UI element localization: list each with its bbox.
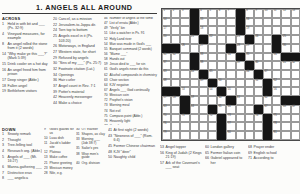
black-cell xyxy=(281,53,290,62)
grid-cell[interactable]: 29 xyxy=(245,44,254,53)
grid-cell[interactable] xyxy=(190,44,199,53)
clue-item: 41At first sight (2 words) xyxy=(108,128,158,132)
grid-cell[interactable]: 24 xyxy=(254,35,263,44)
grid-cell[interactable]: 74 xyxy=(254,114,263,123)
clue-item: 60London gallery xyxy=(205,145,246,149)
grid-cell[interactable]: 32 xyxy=(171,53,180,62)
clue-text: God's guards for us xyxy=(50,128,75,136)
grid-cell[interactable]: 63 xyxy=(162,105,171,114)
clue-item: 4Vineyard measures, for example xyxy=(2,32,51,41)
grid-cell[interactable] xyxy=(263,26,272,35)
down-header: DOWN xyxy=(2,127,15,132)
grid-cell[interactable] xyxy=(254,26,263,35)
grid-cell[interactable] xyxy=(171,131,180,140)
grid-cell[interactable]: 41 xyxy=(281,61,290,70)
grid-cell[interactable] xyxy=(180,70,189,79)
grid-cell[interactable] xyxy=(281,131,290,140)
grid-cell[interactable] xyxy=(272,26,281,35)
grid-cell[interactable] xyxy=(245,105,254,114)
grid-cell[interactable]: 54 xyxy=(208,87,217,96)
grid-cell[interactable]: 21 xyxy=(190,35,199,44)
grid-cell[interactable]: 38 xyxy=(199,61,208,70)
grid-cell[interactable] xyxy=(217,61,226,70)
cell-number: 79 xyxy=(164,132,167,135)
grid-cell[interactable] xyxy=(291,122,300,131)
grid-cell[interactable]: 45 xyxy=(208,70,217,79)
grid-cell[interactable]: 33 xyxy=(199,53,208,62)
grid-cell[interactable] xyxy=(245,87,254,96)
grid-cell[interactable]: 65 xyxy=(217,105,226,114)
clue-item: 6Manna-gathering ___ xyxy=(2,165,42,169)
grid-cell[interactable]: 71 xyxy=(180,114,189,123)
down-clues-bottom-column-2: 60London gallery65Former Italian coin66G… xyxy=(205,145,246,193)
clue-text: Former Italian coin xyxy=(211,151,247,155)
clue-item: 52Holy Land river xyxy=(104,38,158,42)
clue-item: 44Make a choice xyxy=(53,101,102,105)
clue-text: Not evil xyxy=(110,110,159,114)
grid-cell[interactable]: 72 xyxy=(208,114,217,123)
grid-cell[interactable] xyxy=(236,70,245,79)
clue-text: According to xyxy=(254,156,299,160)
clue-text: Openings xyxy=(59,73,103,77)
clue-text: Angels of ___ (Mt. 16:27) xyxy=(8,155,43,164)
grid-cell[interactable]: 47 xyxy=(263,70,272,79)
clue-text: Former Chinese chairman xyxy=(114,144,159,148)
grid-cell[interactable] xyxy=(199,87,208,96)
grid-cell[interactable] xyxy=(180,61,189,70)
cell-number: 80 xyxy=(228,132,231,135)
grid-cell[interactable] xyxy=(236,87,245,96)
cell-number: 21 xyxy=(191,36,194,39)
clue-item: 62Alcohol compounds in chemistry xyxy=(104,74,158,78)
grid-cell[interactable]: 25 xyxy=(281,35,290,44)
grid-cell[interactable] xyxy=(236,131,245,140)
grid-cell[interactable] xyxy=(263,18,272,27)
grid-cell[interactable] xyxy=(281,114,290,123)
cell-number: 34 xyxy=(228,54,231,57)
black-cell xyxy=(254,70,263,79)
grid-cell[interactable]: 9 xyxy=(254,9,263,18)
grid-cell[interactable] xyxy=(291,70,300,79)
black-cell xyxy=(263,122,272,131)
grid-cell[interactable]: 27 xyxy=(199,44,208,53)
clue-item: 38Wise men's guide xyxy=(76,153,106,161)
grid-cell[interactable] xyxy=(281,79,290,88)
grid-cell[interactable]: 10 xyxy=(263,9,272,18)
grid-cell[interactable]: 23 xyxy=(236,35,245,44)
cell-number: 50 xyxy=(219,80,222,83)
clue-text: Prayer ender xyxy=(254,145,299,149)
grid-cell[interactable] xyxy=(171,70,180,79)
clue-item: 29Refused by angels xyxy=(53,56,102,60)
grid-cell[interactable]: 81 xyxy=(272,131,281,140)
clue-item: 66Gabriel appeared to her xyxy=(205,156,246,165)
cell-number: 1 xyxy=(164,10,166,13)
grid-cell[interactable]: 15 xyxy=(199,18,208,27)
cell-number: 72 xyxy=(209,115,212,118)
grid-cell[interactable] xyxy=(226,79,235,88)
grid-cell[interactable]: 35 xyxy=(245,53,254,62)
grid-cell[interactable]: 44 xyxy=(190,70,199,79)
clue-text: Wise men's guide xyxy=(82,153,107,161)
grid-cell[interactable] xyxy=(236,105,245,114)
grid-cell[interactable] xyxy=(291,131,300,140)
cell-number: 14 xyxy=(164,19,167,22)
title-rule xyxy=(2,13,157,14)
black-cell xyxy=(236,18,245,27)
grid-cell[interactable]: 62 xyxy=(263,96,272,105)
clue-text: Angels excel in it (Ps. 103:20) xyxy=(59,34,103,43)
grid-cell[interactable]: 58 xyxy=(171,96,180,105)
black-cell xyxy=(291,96,300,105)
cell-number: 13 xyxy=(292,10,295,13)
clue-text: God's angels never do this xyxy=(110,68,159,72)
cell-number: 61 xyxy=(237,97,240,100)
black-cell xyxy=(226,44,235,53)
clue-text: Potter's material xyxy=(59,90,103,94)
cell-number: 4 xyxy=(200,10,202,13)
grid-cell[interactable]: 1 xyxy=(162,9,171,18)
grid-cell[interactable] xyxy=(263,53,272,62)
down-clues-column-3: 30OT traveler31Shapes, as clay33Morning … xyxy=(76,128,106,193)
grid-cell[interactable]: 5 xyxy=(208,9,217,18)
cell-number: 54 xyxy=(209,89,212,92)
grid-cell[interactable] xyxy=(254,122,263,131)
grid-cell[interactable] xyxy=(171,35,180,44)
grid-cell[interactable] xyxy=(171,18,180,27)
grid-cell[interactable] xyxy=(281,122,290,131)
grid-cell[interactable] xyxy=(199,114,208,123)
black-cell xyxy=(236,9,245,18)
black-cell xyxy=(208,79,217,88)
grid-cell[interactable] xyxy=(236,79,245,88)
grid-cell[interactable] xyxy=(217,70,226,79)
grid-cell[interactable] xyxy=(245,79,254,88)
grid-cell[interactable] xyxy=(180,35,189,44)
grid-cell[interactable] xyxy=(291,87,300,96)
clue-text: Angel count in Rev. 7:1 xyxy=(59,84,103,88)
clue-item: 51Like a watcher in Ps. 91 xyxy=(104,32,158,36)
grid-cell[interactable] xyxy=(199,96,208,105)
grid-cell[interactable]: 7 xyxy=(226,9,235,18)
grid-cell[interactable] xyxy=(272,70,281,79)
cell-number: 62 xyxy=(265,97,268,100)
grid-cell[interactable]: 78 xyxy=(272,122,281,131)
grid-cell[interactable] xyxy=(171,105,180,114)
grid-cell[interactable] xyxy=(236,114,245,123)
black-cell xyxy=(190,9,199,18)
cell-number: 56 xyxy=(274,89,277,92)
black-cell xyxy=(217,114,226,123)
grid-cell[interactable]: 31 xyxy=(162,53,171,62)
grid-cell[interactable] xyxy=(281,87,290,96)
grid-cell[interactable]: 69 xyxy=(291,105,300,114)
grid-cell[interactable] xyxy=(208,96,217,105)
clue-item: 2Thought xyxy=(2,138,42,142)
grid-cell[interactable]: 17 xyxy=(162,26,171,35)
grid-cell[interactable]: 30 xyxy=(281,44,290,53)
grid-cell[interactable] xyxy=(236,122,245,131)
page-title: 1. ANGELS ALL AROUND xyxy=(36,3,133,12)
grid-cell[interactable] xyxy=(199,131,208,140)
cell-number: 60 xyxy=(219,97,222,100)
grid-cell[interactable] xyxy=(254,96,263,105)
clue-text: Refused by angels xyxy=(59,56,103,60)
grid-cell[interactable]: 60 xyxy=(217,96,226,105)
grid-cell[interactable]: 43 xyxy=(162,70,171,79)
grid-cell[interactable] xyxy=(217,18,226,27)
clue-item: 16An angel freed him from prison xyxy=(2,68,51,77)
grid-cell[interactable]: 52 xyxy=(272,79,281,88)
grid-cell[interactable]: 67 xyxy=(263,105,272,114)
grid-cell[interactable]: 56 xyxy=(272,87,281,96)
grid-cell[interactable] xyxy=(263,61,272,70)
grid-cell[interactable] xyxy=(199,122,208,131)
black-cell xyxy=(263,114,272,123)
grid-cell[interactable] xyxy=(291,44,300,53)
grid-cell[interactable] xyxy=(272,61,281,70)
grid-cell[interactable] xyxy=(180,18,189,27)
grid-cell[interactable] xyxy=(180,26,189,35)
grid-cell[interactable]: 37 xyxy=(162,61,171,70)
grid-cell[interactable] xyxy=(291,35,300,44)
grid-cell[interactable] xyxy=(226,61,235,70)
grid-cell[interactable] xyxy=(171,79,180,88)
crossword-book-page: { "page": { "title": "1. ANGELS ALL AROU… xyxy=(0,0,300,194)
grid-cell[interactable] xyxy=(245,114,254,123)
grid-cell[interactable] xyxy=(291,79,300,88)
clue-text: KJV “deer” xyxy=(114,150,159,154)
cell-number: 40 xyxy=(255,62,258,65)
grid-cell[interactable]: 22 xyxy=(208,35,217,44)
grid-cell[interactable] xyxy=(281,18,290,27)
black-cell xyxy=(190,61,199,70)
cell-number: 36 xyxy=(274,54,277,57)
grid-cell[interactable] xyxy=(263,44,272,53)
grid-cell[interactable] xyxy=(208,131,217,140)
clue-item: 61God's angels never do this xyxy=(104,68,158,72)
grid-cell[interactable] xyxy=(254,53,263,62)
grid-cell[interactable] xyxy=(190,122,199,131)
grid-cell[interactable]: 39 xyxy=(236,61,245,70)
clue-item: 50Naughty child xyxy=(108,155,158,159)
grid-cell[interactable]: 64 xyxy=(190,105,199,114)
clue-item: 32Footnote citation (Lat.) xyxy=(53,67,102,71)
grid-cell[interactable] xyxy=(208,18,217,27)
cell-number: 69 xyxy=(292,106,295,109)
cell-number: 52 xyxy=(274,80,277,83)
across-clues-column-2: 20Cancel, as a mission22Jerusalem-to-Jop… xyxy=(53,17,102,125)
cell-number: 66 xyxy=(228,106,231,109)
black-cell xyxy=(190,18,199,27)
grid-cell[interactable]: 80 xyxy=(226,131,235,140)
grid-cell[interactable] xyxy=(171,122,180,131)
grid-cell[interactable] xyxy=(217,53,226,62)
grid-cell[interactable]: 34 xyxy=(226,53,235,62)
down-clues-bottom-column-1: 53Angel topper56King of Judah (2 Kings 2… xyxy=(160,145,202,193)
grid-cell[interactable] xyxy=(217,26,226,35)
clue-text: Sailor's yes xyxy=(82,147,107,151)
grid-cell[interactable] xyxy=(291,26,300,35)
grid-cell[interactable]: 8 xyxy=(245,9,254,18)
grid-cell[interactable] xyxy=(208,44,217,53)
clue-text: Ark of the Covenant's ___ seat xyxy=(166,161,203,170)
grid-cell[interactable] xyxy=(291,114,300,123)
grid-cell[interactable] xyxy=(263,35,272,44)
grid-cell[interactable] xyxy=(254,44,263,53)
grid-cell[interactable] xyxy=(226,26,235,35)
black-cell xyxy=(217,131,226,140)
grid-cell[interactable]: 57 xyxy=(162,96,171,105)
cell-number: 29 xyxy=(246,45,249,48)
grid-cell[interactable] xyxy=(190,79,199,88)
cell-number: 12 xyxy=(283,10,286,13)
down-clues-column-4: 41At first sight (2 words)43“Newness of … xyxy=(108,128,158,193)
grid-cell[interactable]: 14 xyxy=(162,18,171,27)
grid-cell[interactable] xyxy=(272,96,281,105)
grid-cell[interactable]: 55 xyxy=(226,87,235,96)
grid-cell[interactable] xyxy=(245,131,254,140)
grid-cell[interactable] xyxy=(208,61,217,70)
grid-cell[interactable] xyxy=(171,114,180,123)
grid-cell[interactable] xyxy=(208,53,217,62)
black-cell xyxy=(272,44,281,53)
grid-cell[interactable]: 53 xyxy=(180,87,189,96)
grid-cell[interactable] xyxy=(281,26,290,35)
grid-cell[interactable] xyxy=(217,35,226,44)
clue-text: Holy Land river xyxy=(110,38,159,42)
clue-text: Vineyard measures, for example xyxy=(8,32,52,41)
clue-item: 1Held in with bit and ___ (Ps. 32:9) xyxy=(2,22,51,31)
clue-item: 37Angel count in Rev. 7:1 xyxy=(53,84,102,88)
grid-cell[interactable] xyxy=(208,122,217,131)
grid-cell[interactable] xyxy=(190,87,199,96)
cell-number: 37 xyxy=(164,62,167,65)
grid-cell[interactable] xyxy=(199,105,208,114)
cell-number: 3 xyxy=(182,10,184,13)
grid-cell[interactable] xyxy=(180,131,189,140)
grid-cell[interactable] xyxy=(180,53,189,62)
across-clues-column-3: 46Number of angels at the tomb47List of … xyxy=(104,17,158,125)
grid-cell[interactable]: 3 xyxy=(180,9,189,18)
clue-item: 9God's guards for us xyxy=(44,128,74,136)
clue-item: 28Nile, e.g. xyxy=(44,172,74,176)
black-cell xyxy=(245,61,254,70)
grid-cell[interactable] xyxy=(272,18,281,27)
grid-cell[interactable]: 11 xyxy=(272,9,281,18)
clue-item: 56King of Judah (2 Kings 21:19) xyxy=(160,151,202,160)
grid-cell[interactable]: 79 xyxy=(162,131,171,140)
grid-cell[interactable] xyxy=(245,96,254,105)
clue-text: Manna-gathering ___ xyxy=(8,165,43,169)
clue-item: 36Hair curler xyxy=(53,78,102,82)
grid-cell[interactable]: 2 xyxy=(171,9,180,18)
cell-number: 68 xyxy=(283,106,286,109)
grid-cell[interactable]: 36 xyxy=(272,53,281,62)
grid-cell[interactable] xyxy=(171,61,180,70)
grid-cell[interactable]: 51 xyxy=(254,79,263,88)
grid-cell[interactable]: 66 xyxy=(226,105,235,114)
grid-cell[interactable]: 20 xyxy=(162,35,171,44)
cell-number: 19 xyxy=(246,28,249,31)
black-cell xyxy=(199,35,208,44)
grid-cell[interactable] xyxy=(254,87,263,96)
grid-cell[interactable] xyxy=(180,79,189,88)
grid-cell[interactable] xyxy=(226,70,235,79)
grid-cell[interactable]: 59 xyxy=(190,96,199,105)
grid-cell[interactable] xyxy=(281,70,290,79)
clue-text: Jacob's ladder site xyxy=(50,142,75,150)
grid-cell[interactable]: 18 xyxy=(199,26,208,35)
grid-cell[interactable]: 77 xyxy=(226,122,235,131)
cell-number: 51 xyxy=(255,80,258,83)
grid-cell[interactable] xyxy=(190,114,199,123)
clue-item: 35Sailor's yes xyxy=(76,147,106,151)
grid-cell[interactable] xyxy=(226,18,235,27)
grid-cell[interactable]: 28 xyxy=(236,44,245,53)
grid-cell[interactable]: 61 xyxy=(236,96,245,105)
grid-cell[interactable] xyxy=(291,18,300,27)
grid-cell[interactable] xyxy=(272,105,281,114)
clue-item: 13Make coffee xyxy=(44,156,74,160)
cell-number: 64 xyxy=(191,106,194,109)
grid-cell[interactable]: 46 xyxy=(245,70,254,79)
cell-number: 42 xyxy=(292,62,295,65)
clue-text: Bethlehem visitors xyxy=(8,89,52,93)
cell-number: 77 xyxy=(228,123,231,126)
grid-cell[interactable]: 76 xyxy=(162,122,171,131)
grid-cell[interactable] xyxy=(254,18,263,27)
clue-text: “Sins of my ___” (Ps. 25:7) xyxy=(59,61,103,65)
grid-cell[interactable]: 13 xyxy=(291,9,300,18)
cell-number: 2 xyxy=(173,10,175,13)
cell-number: 23 xyxy=(237,36,240,39)
grid-cell[interactable] xyxy=(245,122,254,131)
clue-item: 21Phone greeting xyxy=(44,162,74,166)
clue-item: 68Prayer ender xyxy=(248,145,298,149)
grid-cell[interactable] xyxy=(190,131,199,140)
grid-cell[interactable] xyxy=(180,122,189,131)
cell-number: 55 xyxy=(228,89,231,92)
cell-number: 73 xyxy=(228,115,231,118)
grid-cell[interactable]: 40 xyxy=(254,61,263,70)
clue-text: Drink cooler on a hot day xyxy=(8,62,52,66)
grid-cell[interactable]: 26 xyxy=(180,44,189,53)
grid-cell[interactable] xyxy=(208,26,217,35)
grid-cell[interactable]: 19 xyxy=(245,26,254,35)
cell-number: 31 xyxy=(164,54,167,57)
grid-cell[interactable]: 12 xyxy=(281,9,290,18)
grid-cell[interactable]: 42 xyxy=(291,61,300,70)
grid-cell[interactable] xyxy=(226,35,235,44)
grid-cell[interactable]: 4 xyxy=(199,9,208,18)
grid-cell[interactable]: 49 xyxy=(199,79,208,88)
grid-cell[interactable]: 50 xyxy=(217,79,226,88)
grid-cell[interactable]: 48 xyxy=(162,79,171,88)
clue-item: 24Torn top to bottom xyxy=(53,28,102,32)
clue-text: Torn top to bottom xyxy=(59,28,103,32)
grid-cell[interactable] xyxy=(217,44,226,53)
cell-number: 27 xyxy=(200,45,203,48)
clue-item: 25Angels excel in it (Ps. 103:20) xyxy=(53,34,102,43)
grid-cell[interactable]: 6 xyxy=(217,9,226,18)
grid-cell[interactable] xyxy=(171,26,180,35)
grid-cell[interactable]: 68 xyxy=(281,105,290,114)
grid-cell[interactable] xyxy=(254,131,263,140)
clue-item: 22Jerusalem-to-Joppa dir. xyxy=(53,23,102,27)
clue-text: Western state, for short xyxy=(59,50,103,54)
grid-cell[interactable]: 16 xyxy=(245,18,254,27)
